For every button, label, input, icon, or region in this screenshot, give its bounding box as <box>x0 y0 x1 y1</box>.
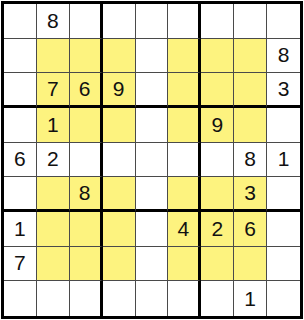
cell-r8c1[interactable]: 7 <box>4 247 37 282</box>
cell-r1c9[interactable] <box>267 4 300 39</box>
cell-r3c6[interactable] <box>168 73 201 108</box>
cell-r5c9[interactable]: 1 <box>267 143 300 178</box>
cell-r7c9[interactable] <box>267 212 300 247</box>
cell-r7c5[interactable] <box>136 212 169 247</box>
cell-r7c3[interactable] <box>70 212 103 247</box>
cell-r4c1[interactable] <box>4 108 37 143</box>
cell-r4c9[interactable] <box>267 108 300 143</box>
cell-r6c5[interactable] <box>136 177 169 212</box>
cell-r6c9[interactable] <box>267 177 300 212</box>
cell-r3c4[interactable]: 9 <box>103 73 136 108</box>
cell-r7c4[interactable] <box>103 212 136 247</box>
cell-r7c1[interactable]: 1 <box>4 212 37 247</box>
cell-r3c1[interactable] <box>4 73 37 108</box>
cell-r5c3[interactable] <box>70 143 103 178</box>
cell-r3c3[interactable]: 6 <box>70 73 103 108</box>
cell-r4c3[interactable] <box>70 108 103 143</box>
cell-r3c7[interactable] <box>201 73 234 108</box>
cell-r1c3[interactable] <box>70 4 103 39</box>
cell-r4c6[interactable] <box>168 108 201 143</box>
cell-r9c7[interactable] <box>201 281 234 316</box>
cell-r9c1[interactable] <box>4 281 37 316</box>
cell-r2c4[interactable] <box>103 39 136 74</box>
cell-r4c7[interactable]: 9 <box>201 108 234 143</box>
cell-r9c2[interactable] <box>37 281 70 316</box>
cell-r8c3[interactable] <box>70 247 103 282</box>
cell-r8c2[interactable] <box>37 247 70 282</box>
cell-r5c7[interactable] <box>201 143 234 178</box>
cell-r8c7[interactable] <box>201 247 234 282</box>
cell-r1c1[interactable] <box>4 4 37 39</box>
cell-r8c8[interactable] <box>234 247 267 282</box>
cell-r2c6[interactable] <box>168 39 201 74</box>
cell-r2c2[interactable] <box>37 39 70 74</box>
cell-r3c5[interactable] <box>136 73 169 108</box>
cell-r1c8[interactable] <box>234 4 267 39</box>
cell-r6c6[interactable] <box>168 177 201 212</box>
cell-r9c6[interactable] <box>168 281 201 316</box>
cell-r9c8[interactable]: 1 <box>234 281 267 316</box>
cell-r5c2[interactable]: 2 <box>37 143 70 178</box>
cell-r4c8[interactable] <box>234 108 267 143</box>
cell-r7c6[interactable]: 4 <box>168 212 201 247</box>
sudoku-board: 88769319628183142671 <box>1 1 303 319</box>
cell-r9c9[interactable] <box>267 281 300 316</box>
cell-r2c5[interactable] <box>136 39 169 74</box>
cell-r8c4[interactable] <box>103 247 136 282</box>
cell-r6c1[interactable] <box>4 177 37 212</box>
cell-r8c5[interactable] <box>136 247 169 282</box>
cell-r9c4[interactable] <box>103 281 136 316</box>
cell-r5c6[interactable] <box>168 143 201 178</box>
cell-r7c2[interactable] <box>37 212 70 247</box>
cell-r1c4[interactable] <box>103 4 136 39</box>
cell-r2c7[interactable] <box>201 39 234 74</box>
cell-r5c4[interactable] <box>103 143 136 178</box>
cell-r8c6[interactable] <box>168 247 201 282</box>
cell-r1c2[interactable]: 8 <box>37 4 70 39</box>
cell-r6c7[interactable] <box>201 177 234 212</box>
cell-r7c7[interactable]: 2 <box>201 212 234 247</box>
cell-r3c9[interactable]: 3 <box>267 73 300 108</box>
cell-r4c4[interactable] <box>103 108 136 143</box>
cell-r7c8[interactable]: 6 <box>234 212 267 247</box>
cell-r5c8[interactable]: 8 <box>234 143 267 178</box>
sudoku-board-wrapper: 88769319628183142671 <box>0 0 304 320</box>
cell-r3c2[interactable]: 7 <box>37 73 70 108</box>
cell-r4c5[interactable] <box>136 108 169 143</box>
cell-r2c9[interactable]: 8 <box>267 39 300 74</box>
cell-r6c4[interactable] <box>103 177 136 212</box>
cell-r5c1[interactable]: 6 <box>4 143 37 178</box>
cell-r2c8[interactable] <box>234 39 267 74</box>
cell-r2c1[interactable] <box>4 39 37 74</box>
cell-r2c3[interactable] <box>70 39 103 74</box>
cell-r4c2[interactable]: 1 <box>37 108 70 143</box>
cell-r3c8[interactable] <box>234 73 267 108</box>
cell-r6c8[interactable]: 3 <box>234 177 267 212</box>
cell-r6c3[interactable]: 8 <box>70 177 103 212</box>
cell-r1c6[interactable] <box>168 4 201 39</box>
cell-r1c5[interactable] <box>136 4 169 39</box>
cell-r9c5[interactable] <box>136 281 169 316</box>
cell-r5c5[interactable] <box>136 143 169 178</box>
cell-r1c7[interactable] <box>201 4 234 39</box>
cell-r9c3[interactable] <box>70 281 103 316</box>
cell-r8c9[interactable] <box>267 247 300 282</box>
cell-r6c2[interactable] <box>37 177 70 212</box>
